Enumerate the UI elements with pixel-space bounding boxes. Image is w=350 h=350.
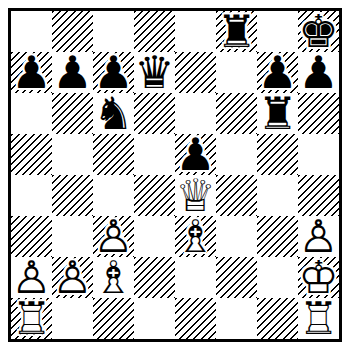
square-c1[interactable]: [93, 298, 134, 339]
square-d1[interactable]: [134, 298, 175, 339]
square-a4[interactable]: [11, 175, 52, 216]
square-d7[interactable]: ♛♛: [134, 52, 175, 93]
square-h7[interactable]: ♟♟: [298, 52, 339, 93]
square-a6[interactable]: [11, 93, 52, 134]
black-rook: ♜♜: [257, 93, 298, 134]
square-b6[interactable]: [52, 93, 93, 134]
square-d5[interactable]: [134, 134, 175, 175]
square-g3[interactable]: [257, 216, 298, 257]
square-b5[interactable]: [52, 134, 93, 175]
square-h3[interactable]: ♟♙: [298, 216, 339, 257]
white-bishop: ♝♗: [93, 257, 134, 298]
black-pawn: ♟♟: [93, 52, 134, 93]
square-a8[interactable]: [11, 11, 52, 52]
square-e4[interactable]: ♛♕: [175, 175, 216, 216]
white-rook: ♜♖: [298, 298, 339, 339]
white-queen: ♛♕: [175, 175, 216, 216]
square-a2[interactable]: ♟♙: [11, 257, 52, 298]
square-b4[interactable]: [52, 175, 93, 216]
black-pawn: ♟♟: [52, 52, 93, 93]
square-g8[interactable]: [257, 11, 298, 52]
square-h1[interactable]: ♜♖: [298, 298, 339, 339]
black-king: ♚♚: [298, 11, 339, 52]
square-d3[interactable]: [134, 216, 175, 257]
square-d4[interactable]: [134, 175, 175, 216]
chess-diagram: ♜♜♚♚♟♟♟♟♟♟♛♛♟♟♟♟♞♞♜♜♟♟♛♕♟♙♝♗♟♙♟♙♟♙♝♗♚♔♜♖…: [0, 0, 350, 350]
white-king: ♚♔: [298, 257, 339, 298]
square-f1[interactable]: [216, 298, 257, 339]
square-a3[interactable]: [11, 216, 52, 257]
square-d8[interactable]: [134, 11, 175, 52]
black-queen: ♛♛: [134, 52, 175, 93]
white-pawn: ♟♙: [93, 216, 134, 257]
square-e6[interactable]: [175, 93, 216, 134]
square-d6[interactable]: [134, 93, 175, 134]
square-f4[interactable]: [216, 175, 257, 216]
square-h5[interactable]: [298, 134, 339, 175]
chess-board: ♜♜♚♚♟♟♟♟♟♟♛♛♟♟♟♟♞♞♜♜♟♟♛♕♟♙♝♗♟♙♟♙♟♙♝♗♚♔♜♖…: [8, 8, 342, 342]
square-f8[interactable]: ♜♜: [216, 11, 257, 52]
square-g5[interactable]: [257, 134, 298, 175]
square-a7[interactable]: ♟♟: [11, 52, 52, 93]
square-e8[interactable]: [175, 11, 216, 52]
square-e7[interactable]: [175, 52, 216, 93]
square-e2[interactable]: [175, 257, 216, 298]
white-bishop: ♝♗: [175, 216, 216, 257]
square-f5[interactable]: [216, 134, 257, 175]
square-c3[interactable]: ♟♙: [93, 216, 134, 257]
white-pawn: ♟♙: [52, 257, 93, 298]
white-pawn: ♟♙: [298, 216, 339, 257]
square-c2[interactable]: ♝♗: [93, 257, 134, 298]
square-e5[interactable]: ♟♟: [175, 134, 216, 175]
square-h8[interactable]: ♚♚: [298, 11, 339, 52]
square-g7[interactable]: ♟♟: [257, 52, 298, 93]
white-pawn: ♟♙: [11, 257, 52, 298]
square-c4[interactable]: [93, 175, 134, 216]
square-c7[interactable]: ♟♟: [93, 52, 134, 93]
square-b1[interactable]: [52, 298, 93, 339]
black-rook: ♜♜: [216, 11, 257, 52]
black-knight: ♞♞: [93, 93, 134, 134]
square-g2[interactable]: [257, 257, 298, 298]
square-f2[interactable]: [216, 257, 257, 298]
square-h2[interactable]: ♚♔: [298, 257, 339, 298]
square-h6[interactable]: [298, 93, 339, 134]
square-d2[interactable]: [134, 257, 175, 298]
square-g1[interactable]: [257, 298, 298, 339]
white-rook: ♜♖: [11, 298, 52, 339]
square-a1[interactable]: ♜♖: [11, 298, 52, 339]
square-b7[interactable]: ♟♟: [52, 52, 93, 93]
square-f3[interactable]: [216, 216, 257, 257]
square-b2[interactable]: ♟♙: [52, 257, 93, 298]
square-g4[interactable]: [257, 175, 298, 216]
square-c5[interactable]: [93, 134, 134, 175]
black-pawn: ♟♟: [298, 52, 339, 93]
black-pawn: ♟♟: [11, 52, 52, 93]
square-e1[interactable]: [175, 298, 216, 339]
black-pawn: ♟♟: [175, 134, 216, 175]
square-h4[interactable]: [298, 175, 339, 216]
square-c8[interactable]: [93, 11, 134, 52]
square-g6[interactable]: ♜♜: [257, 93, 298, 134]
square-f7[interactable]: [216, 52, 257, 93]
square-f6[interactable]: [216, 93, 257, 134]
square-b8[interactable]: [52, 11, 93, 52]
black-pawn: ♟♟: [257, 52, 298, 93]
square-a5[interactable]: [11, 134, 52, 175]
square-e3[interactable]: ♝♗: [175, 216, 216, 257]
square-b3[interactable]: [52, 216, 93, 257]
square-c6[interactable]: ♞♞: [93, 93, 134, 134]
